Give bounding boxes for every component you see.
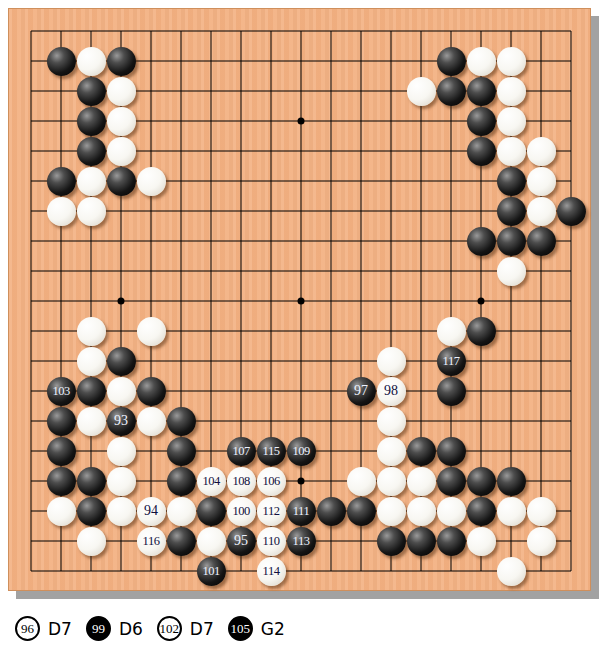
stone-white [497,107,526,136]
caption-move-105-circle: 105 [228,616,253,641]
stone-white [107,377,136,406]
stone-move-number: 111 [293,505,309,518]
stone-black [107,347,136,376]
stone-black [527,227,556,256]
stone-move-number: 112 [263,505,280,518]
stone-white [407,467,436,496]
stone-black [197,497,226,526]
stone-white [77,197,106,226]
stone-white [77,527,106,556]
stone-black [47,407,76,436]
stone-white [377,347,406,376]
stone-black [467,107,496,136]
stone-white [497,257,526,286]
stone-black-move-111: 111 [287,497,316,526]
stone-black [47,437,76,466]
stone-black-move-101: 101 [197,557,226,586]
stone-black [47,47,76,76]
stone-black [407,527,436,556]
stone-black [497,227,526,256]
stone-move-number: 114 [263,565,280,578]
stone-white [437,497,466,526]
stone-white [107,77,136,106]
stone-black [437,377,466,406]
go-board[interactable]: 1171039798931071151091041081069410011211… [8,8,591,591]
stone-white [437,317,466,346]
stone-white [137,317,166,346]
stone-white [377,437,406,466]
stone-white [47,497,76,526]
stone-black [437,77,466,106]
caption-move-105-location: G2 [261,619,285,639]
stone-white [107,437,136,466]
stone-black-move-113: 113 [287,527,316,556]
stone-white [377,467,406,496]
stone-white [497,77,526,106]
stone-black [47,167,76,196]
stone-black [467,77,496,106]
stone-white-move-112: 112 [257,497,286,526]
stone-white-move-108: 108 [227,467,256,496]
stone-white [77,47,106,76]
stone-white [377,407,406,436]
stone-black [317,497,346,526]
stone-black [467,227,496,256]
stone-white [47,197,76,226]
stone-white-move-100: 100 [227,497,256,526]
stone-black [167,527,196,556]
stone-black [467,497,496,526]
stone-black [437,527,466,556]
stone-black [467,467,496,496]
stone-black [467,317,496,346]
caption-entry: 99 D6 [86,616,143,641]
stone-black [167,437,196,466]
stone-white [107,467,136,496]
stone-white [527,197,556,226]
stone-black [497,167,526,196]
stone-move-number: 103 [52,385,69,398]
stone-move-number: 107 [232,445,249,458]
stone-black [77,107,106,136]
stones-layer: 1171039798931071151091041081069410011211… [16,16,586,586]
stone-black-move-107: 107 [227,437,256,466]
go-diagram-page: { "game": "go", "board_size": 19, "posit… [0,0,600,659]
stone-black-move-93: 93 [107,407,136,436]
stone-move-number: 106 [262,475,279,488]
stone-black [77,467,106,496]
stone-white [407,497,436,526]
stone-white [497,47,526,76]
stone-black [347,497,376,526]
stone-white [77,407,106,436]
stone-move-number: 115 [263,445,280,458]
stone-white [137,407,166,436]
stone-black-move-115: 115 [257,437,286,466]
stone-white [377,497,406,526]
stone-black-move-117: 117 [437,347,466,376]
stone-white-move-114: 114 [257,557,286,586]
stone-white-move-94: 94 [137,497,166,526]
stone-white [347,467,376,496]
stone-black [107,47,136,76]
stone-black [467,137,496,166]
stone-black [47,467,76,496]
caption-move-99-circle: 99 [86,616,111,641]
stone-move-number: 109 [292,445,309,458]
caption-entry: 105 G2 [228,616,285,641]
stone-black [167,467,196,496]
caption-move-96-location: D7 [48,619,72,639]
stone-black [497,197,526,226]
stone-white [107,107,136,136]
stone-black [77,377,106,406]
stone-white [527,137,556,166]
stone-white [77,317,106,346]
stone-white [107,497,136,526]
stone-white [497,557,526,586]
stone-black [137,377,166,406]
stone-white-move-110: 110 [257,527,286,556]
stone-white [77,167,106,196]
stone-move-number: 113 [293,535,310,548]
stone-move-number: 104 [202,475,219,488]
caption-move-102-circle: 102 [157,616,182,641]
caption-move-99-location: D6 [119,619,143,639]
stone-white [77,347,106,376]
caption-move-102-location: D7 [190,619,214,639]
stone-black [377,527,406,556]
stone-black [437,437,466,466]
stone-white [527,167,556,196]
stone-black [167,407,196,436]
stone-white [527,497,556,526]
caption-move-96-circle: 96 [15,616,40,641]
stone-white [137,167,166,196]
stone-white [497,137,526,166]
stone-move-number: 95 [234,534,248,548]
stone-move-number: 94 [144,504,158,518]
stone-move-number: 116 [143,535,160,548]
stone-white-move-106: 106 [257,467,286,496]
stone-move-number: 117 [443,355,460,368]
stone-white [467,527,496,556]
stone-white-move-104: 104 [197,467,226,496]
stone-white [467,47,496,76]
stone-move-number: 101 [202,565,219,578]
caption-entry: 96 D7 [15,616,72,641]
stone-black [77,77,106,106]
stone-move-number: 110 [263,535,280,548]
stone-black [77,497,106,526]
stone-black [77,137,106,166]
move-caption: 96 D7 99 D6 102 D7 105 G2 [15,612,299,645]
stone-black [497,467,526,496]
stone-white-move-98: 98 [377,377,406,406]
stone-white [197,527,226,556]
stone-black [107,167,136,196]
stone-black [557,197,586,226]
stone-move-number: 98 [384,384,398,398]
stone-white [107,137,136,166]
caption-entry: 102 D7 [157,616,214,641]
stone-black [407,437,436,466]
stone-move-number: 97 [354,384,368,398]
stone-black [437,467,466,496]
stone-black-move-97: 97 [347,377,376,406]
stone-white [407,77,436,106]
stone-black-move-103: 103 [47,377,76,406]
stone-black-move-95: 95 [227,527,256,556]
stone-move-number: 108 [232,475,249,488]
stone-move-number: 93 [114,414,128,428]
stone-black [437,47,466,76]
stone-white [167,497,196,526]
stone-black-move-109: 109 [287,437,316,466]
stone-white-move-116: 116 [137,527,166,556]
stone-white [497,497,526,526]
stone-white [527,527,556,556]
stone-move-number: 100 [232,505,249,518]
